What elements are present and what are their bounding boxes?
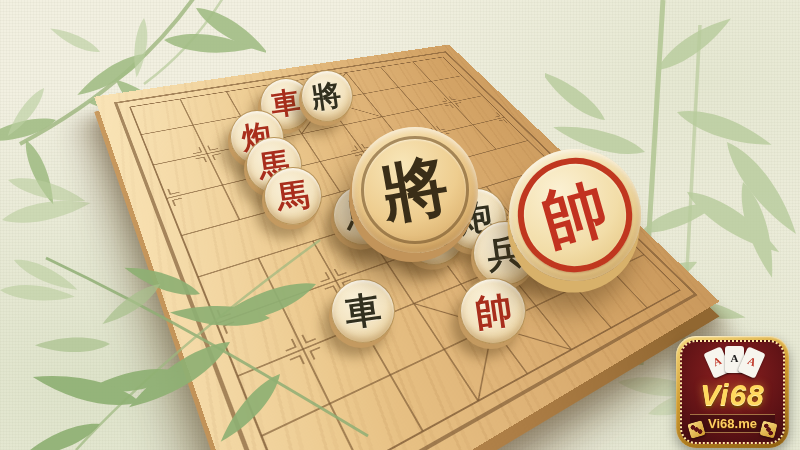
piece-glyph: 將 [310, 80, 343, 113]
vi68-logo[interactable]: A A A Vi68 Vi68.me [676, 336, 789, 448]
piece-red[interactable]: 馬 [264, 167, 322, 225]
logo-title: Vi68 [682, 378, 783, 412]
big-piece-glyph: 將 [377, 152, 453, 228]
piece-black[interactable]: 車 [331, 279, 395, 343]
dice-icon [759, 420, 777, 438]
big-piece-black-general: 將 [352, 127, 478, 253]
piece-glyph: 車 [269, 87, 302, 120]
piece-glyph: 帥 [472, 290, 514, 332]
stage: 車將炮馬馬馬兵炮兵車帥 將 帥 A A A [0, 0, 800, 450]
piece-black[interactable]: 將 [301, 70, 353, 122]
vi68-logo-inner: A A A Vi68 Vi68.me [680, 340, 785, 444]
piece-glyph: 車 [342, 291, 383, 332]
piece-glyph: 馬 [275, 178, 311, 214]
